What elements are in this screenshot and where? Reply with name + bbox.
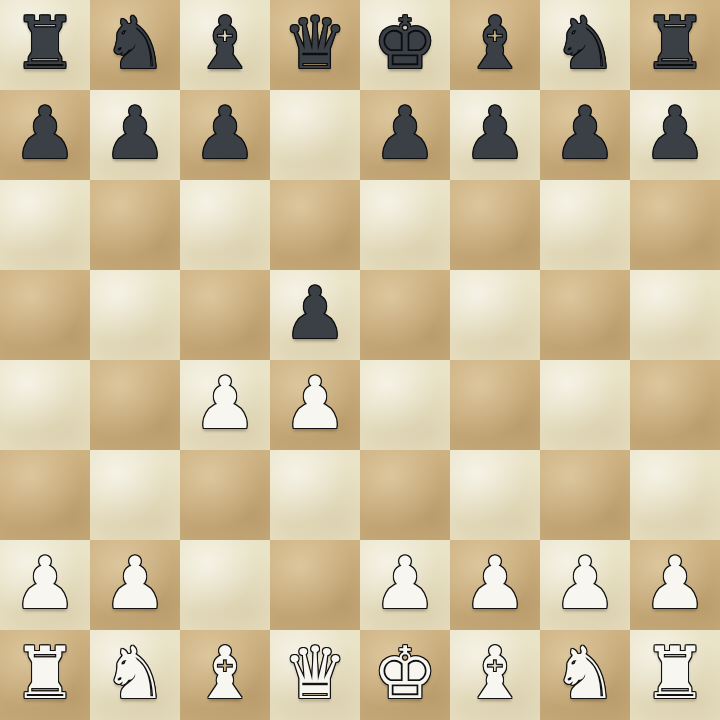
black-pawn-icon[interactable]: ♟	[643, 88, 708, 178]
black-pawn-icon[interactable]: ♟	[193, 88, 258, 178]
square-d4[interactable]: ♟	[270, 360, 360, 450]
square-f4[interactable]	[450, 360, 540, 450]
square-d1[interactable]: ♛	[270, 630, 360, 720]
square-h7[interactable]: ♟	[630, 90, 720, 180]
square-f1[interactable]: ♝	[450, 630, 540, 720]
square-h3[interactable]	[630, 450, 720, 540]
square-a6[interactable]	[0, 180, 90, 270]
square-c7[interactable]: ♟	[180, 90, 270, 180]
white-bishop-icon[interactable]: ♝	[193, 628, 258, 718]
square-e3[interactable]	[360, 450, 450, 540]
square-c3[interactable]	[180, 450, 270, 540]
white-queen-icon[interactable]: ♛	[283, 628, 348, 718]
square-d8[interactable]: ♛	[270, 0, 360, 90]
white-bishop-icon[interactable]: ♝	[463, 628, 528, 718]
square-h1[interactable]: ♜	[630, 630, 720, 720]
black-pawn-icon[interactable]: ♟	[373, 88, 438, 178]
square-a3[interactable]	[0, 450, 90, 540]
square-e2[interactable]: ♟	[360, 540, 450, 630]
square-d2[interactable]	[270, 540, 360, 630]
black-pawn-icon[interactable]: ♟	[13, 88, 78, 178]
square-e6[interactable]	[360, 180, 450, 270]
square-g4[interactable]	[540, 360, 630, 450]
black-pawn-icon[interactable]: ♟	[553, 88, 618, 178]
square-h4[interactable]	[630, 360, 720, 450]
black-pawn-icon[interactable]: ♟	[283, 268, 348, 358]
square-f5[interactable]	[450, 270, 540, 360]
chess-board: ♜♞♝♛♚♝♞♜♟♟♟♟♟♟♟♟♟♟♟♟♟♟♟♟♜♞♝♛♚♝♞♜	[0, 0, 720, 720]
square-g8[interactable]: ♞	[540, 0, 630, 90]
square-h8[interactable]: ♜	[630, 0, 720, 90]
white-pawn-icon[interactable]: ♟	[373, 538, 438, 628]
square-f8[interactable]: ♝	[450, 0, 540, 90]
square-b5[interactable]	[90, 270, 180, 360]
square-a1[interactable]: ♜	[0, 630, 90, 720]
black-bishop-icon[interactable]: ♝	[193, 0, 258, 88]
square-b6[interactable]	[90, 180, 180, 270]
square-a8[interactable]: ♜	[0, 0, 90, 90]
square-g7[interactable]: ♟	[540, 90, 630, 180]
black-king-icon[interactable]: ♚	[373, 0, 438, 88]
square-d6[interactable]	[270, 180, 360, 270]
square-c5[interactable]	[180, 270, 270, 360]
square-f7[interactable]: ♟	[450, 90, 540, 180]
white-king-icon[interactable]: ♚	[373, 628, 438, 718]
white-pawn-icon[interactable]: ♟	[463, 538, 528, 628]
square-e8[interactable]: ♚	[360, 0, 450, 90]
square-g3[interactable]	[540, 450, 630, 540]
black-rook-icon[interactable]: ♜	[643, 0, 708, 88]
square-g6[interactable]	[540, 180, 630, 270]
square-d3[interactable]	[270, 450, 360, 540]
black-pawn-icon[interactable]: ♟	[103, 88, 168, 178]
white-rook-icon[interactable]: ♜	[13, 628, 78, 718]
square-e1[interactable]: ♚	[360, 630, 450, 720]
square-c6[interactable]	[180, 180, 270, 270]
square-c8[interactable]: ♝	[180, 0, 270, 90]
square-f2[interactable]: ♟	[450, 540, 540, 630]
square-b4[interactable]	[90, 360, 180, 450]
black-knight-icon[interactable]: ♞	[103, 0, 168, 88]
square-a7[interactable]: ♟	[0, 90, 90, 180]
square-b7[interactable]: ♟	[90, 90, 180, 180]
square-g5[interactable]	[540, 270, 630, 360]
square-f3[interactable]	[450, 450, 540, 540]
square-b8[interactable]: ♞	[90, 0, 180, 90]
square-g2[interactable]: ♟	[540, 540, 630, 630]
black-bishop-icon[interactable]: ♝	[463, 0, 528, 88]
white-pawn-icon[interactable]: ♟	[103, 538, 168, 628]
square-b1[interactable]: ♞	[90, 630, 180, 720]
white-rook-icon[interactable]: ♜	[643, 628, 708, 718]
black-rook-icon[interactable]: ♜	[13, 0, 78, 88]
square-c1[interactable]: ♝	[180, 630, 270, 720]
white-knight-icon[interactable]: ♞	[103, 628, 168, 718]
square-h2[interactable]: ♟	[630, 540, 720, 630]
white-pawn-icon[interactable]: ♟	[283, 358, 348, 448]
square-e4[interactable]	[360, 360, 450, 450]
white-pawn-icon[interactable]: ♟	[193, 358, 258, 448]
square-c2[interactable]	[180, 540, 270, 630]
black-queen-icon[interactable]: ♛	[283, 0, 348, 88]
white-pawn-icon[interactable]: ♟	[13, 538, 78, 628]
square-a2[interactable]: ♟	[0, 540, 90, 630]
square-c4[interactable]: ♟	[180, 360, 270, 450]
black-knight-icon[interactable]: ♞	[553, 0, 618, 88]
chess-board-container: ♜♞♝♛♚♝♞♜♟♟♟♟♟♟♟♟♟♟♟♟♟♟♟♟♜♞♝♛♚♝♞♜	[0, 0, 720, 720]
square-a4[interactable]	[0, 360, 90, 450]
square-b2[interactable]: ♟	[90, 540, 180, 630]
square-a5[interactable]	[0, 270, 90, 360]
white-pawn-icon[interactable]: ♟	[643, 538, 708, 628]
white-knight-icon[interactable]: ♞	[553, 628, 618, 718]
square-e7[interactable]: ♟	[360, 90, 450, 180]
square-g1[interactable]: ♞	[540, 630, 630, 720]
square-d5[interactable]: ♟	[270, 270, 360, 360]
white-pawn-icon[interactable]: ♟	[553, 538, 618, 628]
square-d7[interactable]	[270, 90, 360, 180]
square-f6[interactable]	[450, 180, 540, 270]
square-h5[interactable]	[630, 270, 720, 360]
square-b3[interactable]	[90, 450, 180, 540]
square-e5[interactable]	[360, 270, 450, 360]
black-pawn-icon[interactable]: ♟	[463, 88, 528, 178]
square-h6[interactable]	[630, 180, 720, 270]
